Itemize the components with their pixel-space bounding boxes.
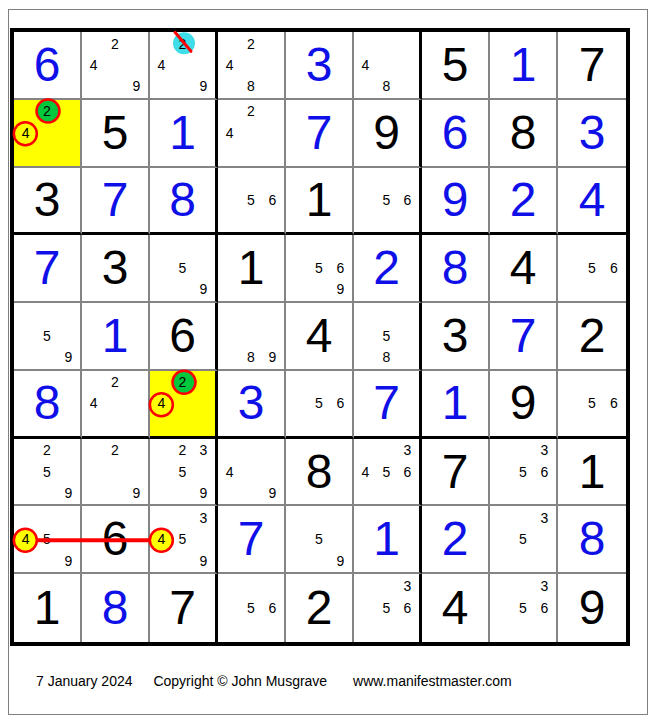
pencil-mark-9: 9 — [126, 482, 147, 503]
cell-r2c3[interactable]: 1 — [150, 100, 218, 168]
cell-r9c9[interactable]: 9 — [558, 574, 626, 642]
cell-value: 1 — [442, 379, 469, 427]
pencil-mark-6: 6 — [534, 461, 555, 482]
pencil-marks: 356 — [355, 575, 418, 641]
pencil-mark-4: 4 — [355, 461, 376, 482]
cell-value: 8 — [510, 109, 537, 157]
cell-value: 8 — [169, 176, 196, 224]
pencil-mark-5: 5 — [581, 258, 603, 279]
pencil-mark-2: 2 — [172, 33, 193, 54]
pencil-marks: 56 — [559, 372, 625, 435]
cell-r4c8[interactable]: 4 — [490, 235, 558, 303]
cell-r2c5[interactable]: 7 — [286, 100, 354, 168]
pencil-marks: 59 — [151, 236, 214, 300]
pencil-mark-9: 9 — [193, 76, 214, 97]
pencil-mark-4: 4 — [151, 393, 172, 414]
pencil-mark-6: 6 — [262, 189, 283, 210]
cell-r8c1[interactable]: 459 — [14, 506, 82, 574]
cell-r5c6[interactable]: 58 — [354, 303, 422, 371]
pencil-mark-4: 4 — [219, 54, 240, 75]
cell-value: 6 — [442, 109, 469, 157]
cell-r2c7[interactable]: 6 — [422, 100, 490, 168]
cell-r9c2[interactable]: 8 — [82, 574, 150, 642]
cell-value: 1 — [169, 109, 196, 157]
pencil-mark-9: 9 — [193, 482, 214, 503]
cell-r2c6[interactable]: 9 — [354, 100, 422, 168]
cell-value: 2 — [579, 312, 606, 360]
pencil-marks: 249 — [151, 33, 214, 97]
cell-r5c9[interactable]: 2 — [558, 303, 626, 371]
cell-r8c4[interactable]: 7 — [218, 506, 286, 574]
cell-r3c2[interactable]: 7 — [82, 168, 150, 236]
pencil-mark-5: 5 — [240, 189, 261, 210]
pencil-mark-9: 9 — [193, 279, 214, 300]
cell-r3c9[interactable]: 4 — [558, 168, 626, 236]
cell-r7c3[interactable]: 2359 — [150, 439, 218, 507]
pencil-mark-5: 5 — [512, 529, 533, 550]
pencil-mark-5: 5 — [308, 529, 329, 550]
pencil-mark-6: 6 — [534, 597, 555, 619]
cell-value: 7 — [442, 448, 469, 496]
cell-value: 3 — [442, 312, 469, 360]
pencil-mark-9: 9 — [193, 550, 214, 571]
cell-r8c7[interactable]: 2 — [422, 506, 490, 574]
pencil-mark-3: 3 — [193, 507, 214, 528]
pencil-mark-5: 5 — [376, 325, 397, 346]
cell-r8c2[interactable]: 6 — [82, 506, 150, 574]
cell-value: 7 — [102, 176, 129, 224]
cell-value: 6 — [34, 41, 61, 89]
cell-r6c1[interactable]: 8 — [14, 371, 82, 439]
cell-value: 7 — [510, 312, 537, 360]
cell-value: 8 — [306, 448, 333, 496]
pencil-mark-4: 4 — [151, 54, 172, 75]
cell-r9c4[interactable]: 56 — [218, 574, 286, 642]
pencil-marks: 56 — [219, 169, 283, 232]
pencil-mark-5: 5 — [308, 258, 329, 279]
cell-r1c8[interactable]: 1 — [490, 32, 558, 100]
cell-value: 3 — [579, 109, 606, 157]
pencil-mark-3: 3 — [397, 440, 418, 461]
pencil-mark-9: 9 — [262, 482, 283, 503]
cell-value: 7 — [34, 244, 61, 292]
pencil-mark-6: 6 — [603, 393, 625, 414]
cell-r9c3[interactable]: 7 — [150, 574, 218, 642]
cell-value: 1 — [306, 176, 333, 224]
cell-r6c8[interactable]: 9 — [490, 371, 558, 439]
cell-r5c3[interactable]: 6 — [150, 303, 218, 371]
cell-value: 1 — [102, 312, 129, 360]
cell-r1c6[interactable]: 48 — [354, 32, 422, 100]
cell-r7c2[interactable]: 29 — [82, 439, 150, 507]
cell-r6c7[interactable]: 1 — [422, 371, 490, 439]
cell-r4c1[interactable]: 7 — [14, 235, 82, 303]
pencil-marks: 58 — [355, 304, 418, 368]
pencil-marks: 49 — [219, 440, 283, 504]
pencil-marks: 24 — [15, 101, 79, 165]
cell-r4c3[interactable]: 59 — [150, 235, 218, 303]
cell-r5c5[interactable]: 4 — [286, 303, 354, 371]
pencil-marks: 3459 — [151, 507, 214, 571]
cell-value: 3 — [102, 244, 129, 292]
cell-r3c5[interactable]: 1 — [286, 168, 354, 236]
cell-value: 7 — [373, 379, 400, 427]
pencil-marks: 56 — [355, 169, 418, 232]
pencil-marks: 89 — [219, 304, 283, 368]
pencil-marks: 56 — [219, 575, 283, 641]
cell-r2c8[interactable]: 8 — [490, 100, 558, 168]
cell-value: 4 — [579, 176, 606, 224]
cell-r5c1[interactable]: 59 — [14, 303, 82, 371]
cell-r1c7[interactable]: 5 — [422, 32, 490, 100]
cell-value: 3 — [34, 176, 61, 224]
cell-r1c4[interactable]: 248 — [218, 32, 286, 100]
pencil-mark-5: 5 — [376, 189, 397, 210]
pencil-mark-8: 8 — [240, 347, 261, 368]
pencil-marks: 459 — [15, 507, 79, 571]
pencil-mark-6: 6 — [330, 258, 351, 279]
pencil-mark-9: 9 — [126, 76, 147, 97]
cell-value: 1 — [510, 41, 537, 89]
pencil-mark-2: 2 — [172, 372, 193, 393]
pencil-mark-3: 3 — [534, 507, 555, 528]
pencil-mark-5: 5 — [581, 393, 603, 414]
cell-value: 4 — [442, 584, 469, 632]
cell-r7c1[interactable]: 259 — [14, 439, 82, 507]
cell-r6c4[interactable]: 3 — [218, 371, 286, 439]
cell-value: 8 — [579, 515, 606, 563]
pencil-mark-9: 9 — [58, 550, 79, 571]
cell-value: 4 — [510, 244, 537, 292]
cell-r3c8[interactable]: 2 — [490, 168, 558, 236]
cell-r4c5[interactable]: 569 — [286, 235, 354, 303]
pencil-marks: 356 — [491, 575, 555, 641]
cell-value: 9 — [442, 176, 469, 224]
cell-r6c2[interactable]: 24 — [82, 371, 150, 439]
pencil-marks: 569 — [287, 236, 351, 300]
cell-r5c8[interactable]: 7 — [490, 303, 558, 371]
pencil-mark-2: 2 — [36, 440, 57, 461]
pencil-mark-4: 4 — [219, 122, 240, 143]
pencil-mark-5: 5 — [376, 597, 397, 619]
pencil-mark-6: 6 — [397, 461, 418, 482]
pencil-mark-5: 5 — [512, 597, 533, 619]
pencil-mark-5: 5 — [240, 597, 261, 619]
pencil-mark-6: 6 — [397, 189, 418, 210]
cell-value: 8 — [34, 379, 61, 427]
cell-r3c3[interactable]: 8 — [150, 168, 218, 236]
cell-r4c7[interactable]: 8 — [422, 235, 490, 303]
pencil-mark-4: 4 — [355, 54, 376, 75]
pencil-mark-4: 4 — [219, 461, 240, 482]
cell-value: 2 — [442, 515, 469, 563]
pencil-mark-4: 4 — [151, 529, 172, 550]
cell-r5c4[interactable]: 89 — [218, 303, 286, 371]
cell-r1c9[interactable]: 7 — [558, 32, 626, 100]
pencil-mark-9: 9 — [262, 347, 283, 368]
pencil-mark-9: 9 — [330, 279, 351, 300]
pencil-mark-5: 5 — [308, 393, 329, 414]
cell-value: 1 — [579, 448, 606, 496]
cell-value: 6 — [169, 312, 196, 360]
cell-r8c8[interactable]: 35 — [490, 506, 558, 574]
pencil-mark-5: 5 — [36, 461, 57, 482]
cell-r8c5[interactable]: 59 — [286, 506, 354, 574]
cell-value: 9 — [510, 379, 537, 427]
cell-value: 9 — [373, 109, 400, 157]
cell-value: 2 — [306, 584, 333, 632]
pencil-mark-5: 5 — [172, 529, 193, 550]
pencil-marks: 24 — [151, 372, 214, 435]
cell-value: 8 — [102, 584, 129, 632]
cell-value: 3 — [306, 41, 333, 89]
pencil-marks: 35 — [491, 507, 555, 571]
pencil-marks: 3456 — [355, 440, 418, 504]
pencil-marks: 59 — [15, 304, 79, 368]
pencil-mark-9: 9 — [58, 482, 79, 503]
cell-value: 9 — [579, 584, 606, 632]
cell-r9c7[interactable]: 4 — [422, 574, 490, 642]
pencil-mark-8: 8 — [240, 76, 261, 97]
pencil-marks: 56 — [287, 372, 351, 435]
cell-value: 1 — [238, 244, 265, 292]
pencil-mark-8: 8 — [376, 347, 397, 368]
cell-value: 7 — [238, 515, 265, 563]
pencil-marks: 24 — [83, 372, 147, 435]
pencil-marks: 356 — [491, 440, 555, 504]
pencil-mark-4: 4 — [15, 529, 36, 550]
pencil-mark-9: 9 — [58, 347, 79, 368]
cell-value: 6 — [102, 515, 129, 563]
footer-copyright: Copyright © John Musgrave — [153, 673, 327, 689]
cell-r4c2[interactable]: 3 — [82, 235, 150, 303]
footer: 7 January 2024 Copyright © John Musgrave… — [36, 673, 512, 689]
pencil-marks: 48 — [355, 33, 418, 97]
cell-r1c2[interactable]: 249 — [82, 32, 150, 100]
cell-value: 1 — [373, 515, 400, 563]
cell-value: 8 — [442, 244, 469, 292]
cell-r4c6[interactable]: 2 — [354, 235, 422, 303]
pencil-mark-2: 2 — [104, 440, 125, 461]
footer-website: www.manifestmaster.com — [353, 673, 512, 689]
pencil-marks: 24 — [219, 101, 283, 165]
pencil-mark-3: 3 — [397, 575, 418, 597]
pencil-mark-3: 3 — [534, 575, 555, 597]
cell-value: 2 — [510, 176, 537, 224]
cell-r3c4[interactable]: 56 — [218, 168, 286, 236]
pencil-marks: 56 — [559, 236, 625, 300]
pencil-marks: 29 — [83, 440, 147, 504]
cell-r3c7[interactable]: 9 — [422, 168, 490, 236]
pencil-mark-2: 2 — [240, 33, 261, 54]
cell-r9c1[interactable]: 1 — [14, 574, 82, 642]
pencil-mark-4: 4 — [15, 122, 36, 143]
cell-r5c2[interactable]: 1 — [82, 303, 150, 371]
pencil-marks: 259 — [15, 440, 79, 504]
cell-r3c6[interactable]: 56 — [354, 168, 422, 236]
cell-r6c9[interactable]: 56 — [558, 371, 626, 439]
cell-r7c9[interactable]: 1 — [558, 439, 626, 507]
cell-r6c3[interactable]: 24 — [150, 371, 218, 439]
cell-value: 7 — [169, 584, 196, 632]
pencil-mark-6: 6 — [330, 393, 351, 414]
pencil-marks: 2359 — [151, 440, 214, 504]
cell-value: 2 — [373, 244, 400, 292]
pencil-marks: 248 — [219, 33, 283, 97]
cell-r6c6[interactable]: 7 — [354, 371, 422, 439]
pencil-marks: 59 — [287, 507, 351, 571]
cell-r9c5[interactable]: 2 — [286, 574, 354, 642]
pencil-mark-2: 2 — [172, 440, 193, 461]
cell-value: 4 — [306, 312, 333, 360]
pencil-mark-6: 6 — [603, 258, 625, 279]
cell-value: 3 — [238, 379, 265, 427]
cell-r9c6[interactable]: 356 — [354, 574, 422, 642]
pencil-mark-2: 2 — [104, 372, 125, 393]
cell-value: 7 — [306, 109, 333, 157]
pencil-mark-3: 3 — [534, 440, 555, 461]
pencil-mark-6: 6 — [262, 597, 283, 619]
sudoku-board: 6249249248348517245124796833785615692473… — [10, 28, 630, 646]
cell-r2c4[interactable]: 24 — [218, 100, 286, 168]
cell-r1c5[interactable]: 3 — [286, 32, 354, 100]
cell-value: 5 — [442, 41, 469, 89]
cell-r1c3[interactable]: 249 — [150, 32, 218, 100]
cell-r4c9[interactable]: 56 — [558, 235, 626, 303]
cell-r8c9[interactable]: 8 — [558, 506, 626, 574]
pencil-mark-5: 5 — [172, 258, 193, 279]
cell-r5c7[interactable]: 3 — [422, 303, 490, 371]
cell-value: 7 — [579, 41, 606, 89]
pencil-mark-9: 9 — [330, 550, 351, 571]
cell-r8c6[interactable]: 1 — [354, 506, 422, 574]
footer-date: 7 January 2024 — [36, 673, 133, 689]
pencil-mark-4: 4 — [83, 54, 104, 75]
cell-r7c8[interactable]: 356 — [490, 439, 558, 507]
cell-r7c4[interactable]: 49 — [218, 439, 286, 507]
pencil-mark-5: 5 — [36, 325, 57, 346]
pencil-mark-8: 8 — [376, 76, 397, 97]
cell-r8c3[interactable]: 3459 — [150, 506, 218, 574]
cell-r2c9[interactable]: 3 — [558, 100, 626, 168]
cell-r1c1[interactable]: 6 — [14, 32, 82, 100]
pencil-mark-3: 3 — [193, 440, 214, 461]
cell-r9c8[interactable]: 356 — [490, 574, 558, 642]
cell-r6c5[interactable]: 56 — [286, 371, 354, 439]
pencil-mark-5: 5 — [36, 529, 57, 550]
pencil-mark-5: 5 — [172, 461, 193, 482]
pencil-mark-4: 4 — [83, 393, 104, 414]
cell-value: 5 — [102, 109, 129, 157]
cell-r7c5[interactable]: 8 — [286, 439, 354, 507]
cell-r4c4[interactable]: 1 — [218, 235, 286, 303]
pencil-mark-2: 2 — [240, 101, 261, 122]
cell-r3c1[interactable]: 3 — [14, 168, 82, 236]
pencil-mark-6: 6 — [397, 597, 418, 619]
pencil-mark-2: 2 — [104, 33, 125, 54]
cell-r2c2[interactable]: 5 — [82, 100, 150, 168]
pencil-mark-5: 5 — [376, 461, 397, 482]
pencil-marks: 249 — [83, 33, 147, 97]
cell-r2c1[interactable]: 24 — [14, 100, 82, 168]
pencil-mark-2: 2 — [36, 101, 57, 122]
cell-r7c6[interactable]: 3456 — [354, 439, 422, 507]
cell-r7c7[interactable]: 7 — [422, 439, 490, 507]
pencil-mark-5: 5 — [512, 461, 533, 482]
cell-value: 1 — [34, 584, 61, 632]
